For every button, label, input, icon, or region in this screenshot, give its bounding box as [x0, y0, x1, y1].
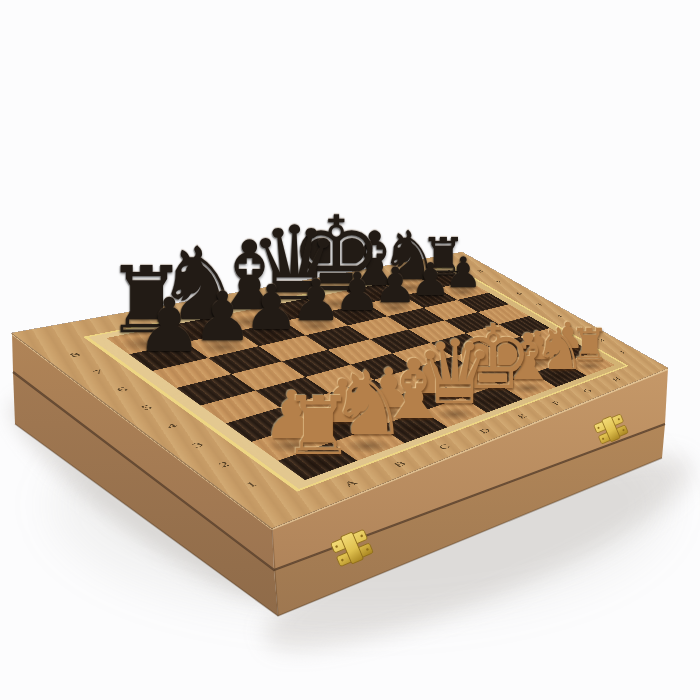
rank-label-left-2: 2 [215, 460, 233, 470]
rank-label-right-3: 3 [574, 325, 585, 330]
rank-label-right-8: 8 [475, 269, 486, 274]
file-label-d: D [477, 427, 494, 436]
file-label-g: G [581, 387, 595, 394]
rank-label-left-4: 4 [163, 422, 181, 431]
file-label-h: H [610, 376, 624, 383]
file-label-a: A [341, 478, 361, 489]
rank-label-left-3: 3 [189, 440, 207, 449]
rank-label-right-7: 7 [494, 280, 505, 285]
chess-box-photo: A88B77C66D55E44F33G22H11 ♜♞♟♝♟♚♟♛♟♝♟♞♟♜♟… [0, 0, 700, 700]
rank-label-right-5: 5 [533, 302, 544, 307]
rank-label-left-6: 6 [114, 385, 131, 393]
file-label-c: C [436, 442, 453, 451]
rank-label-left-7: 7 [90, 368, 107, 376]
file-label-b: B [391, 459, 409, 469]
file-label-f: F [550, 400, 563, 407]
rank-label-right-6: 6 [514, 291, 525, 296]
rank-label-left-8: 8 [67, 351, 84, 359]
rank-label-left-5: 5 [138, 403, 155, 412]
rank-label-right-2: 2 [595, 337, 606, 342]
rank-label-right-4: 4 [554, 314, 565, 319]
rank-label-left-1: 1 [242, 480, 260, 490]
rank-label-right-1: 1 [617, 349, 628, 355]
file-label-e: E [515, 413, 530, 421]
